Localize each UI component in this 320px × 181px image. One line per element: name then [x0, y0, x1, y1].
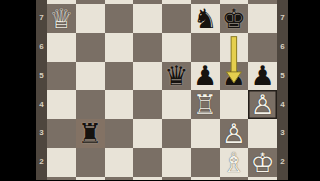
square-f5[interactable]: ♟	[191, 62, 220, 91]
rank-label-5: 5	[36, 72, 47, 80]
piece-black-pawn[interactable]: ♟	[248, 62, 277, 91]
square-h5[interactable]: ♟	[248, 62, 277, 91]
rank-label-3: 3	[36, 129, 47, 137]
square-g1[interactable]	[220, 177, 249, 181]
piece-white-bishop[interactable]: ♗	[220, 148, 249, 177]
square-e2[interactable]	[162, 148, 191, 177]
square-g5[interactable]: ♟	[220, 62, 249, 91]
rank-label-2: 2	[277, 158, 288, 166]
square-d4[interactable]	[133, 90, 162, 119]
rank-label-strip-left: 87654321	[36, 0, 47, 180]
square-h7[interactable]	[248, 4, 277, 33]
square-c3[interactable]	[105, 119, 134, 148]
piece-white-pawn[interactable]: ♙	[220, 119, 249, 148]
square-f3[interactable]	[191, 119, 220, 148]
square-g3[interactable]: ♙	[220, 119, 249, 148]
rank-label-6: 6	[36, 43, 47, 51]
square-g2[interactable]: ♗	[220, 148, 249, 177]
square-d5[interactable]	[133, 62, 162, 91]
piece-black-pawn[interactable]: ♟	[220, 62, 249, 91]
square-c1[interactable]	[105, 177, 134, 181]
square-c2[interactable]	[105, 148, 134, 177]
rank-label-5: 5	[277, 72, 288, 80]
piece-black-king[interactable]: ♚	[220, 4, 249, 33]
piece-white-pawn[interactable]: ♙	[248, 90, 277, 119]
rank-label-7: 7	[36, 14, 47, 22]
square-b5[interactable]	[76, 62, 105, 91]
piece-black-pawn[interactable]: ♟	[191, 62, 220, 91]
square-b3[interactable]: ♜	[76, 119, 105, 148]
square-b2[interactable]	[76, 148, 105, 177]
square-a2[interactable]	[47, 148, 76, 177]
piece-black-queen[interactable]: ♛	[162, 62, 191, 91]
square-e6[interactable]	[162, 33, 191, 62]
square-h6[interactable]	[248, 33, 277, 62]
rank-label-3: 3	[277, 129, 288, 137]
rank-label-2: 2	[36, 158, 47, 166]
square-h4[interactable]: ♙	[248, 90, 277, 119]
square-f7[interactable]: ♞	[191, 4, 220, 33]
rank-label-4: 4	[277, 101, 288, 109]
square-e1[interactable]	[162, 177, 191, 181]
square-b6[interactable]	[76, 33, 105, 62]
square-d3[interactable]	[133, 119, 162, 148]
square-f6[interactable]	[191, 33, 220, 62]
rank-label-6: 6	[277, 43, 288, 51]
square-b4[interactable]	[76, 90, 105, 119]
square-g6[interactable]	[220, 33, 249, 62]
square-g4[interactable]	[220, 90, 249, 119]
piece-black-knight[interactable]: ♞	[191, 4, 220, 33]
square-h2[interactable]: ♔	[248, 148, 277, 177]
square-a7[interactable]: ♕	[47, 4, 76, 33]
piece-white-rook[interactable]: ♖	[191, 90, 220, 119]
square-f4[interactable]: ♖	[191, 90, 220, 119]
piece-white-queen[interactable]: ♕	[47, 4, 76, 33]
rank-label-4: 4	[36, 101, 47, 109]
square-a4[interactable]	[47, 90, 76, 119]
square-e7[interactable]	[162, 4, 191, 33]
square-c6[interactable]	[105, 33, 134, 62]
rank-label-strip-right: 87654321	[277, 0, 288, 180]
square-e5[interactable]: ♛	[162, 62, 191, 91]
square-b7[interactable]	[76, 4, 105, 33]
square-d2[interactable]	[133, 148, 162, 177]
square-h3[interactable]	[248, 119, 277, 148]
square-a3[interactable]	[47, 119, 76, 148]
rank-label-7: 7	[277, 14, 288, 22]
square-f1[interactable]	[191, 177, 220, 181]
square-b1[interactable]	[76, 177, 105, 181]
square-c7[interactable]	[105, 4, 134, 33]
square-a6[interactable]	[47, 33, 76, 62]
square-e3[interactable]	[162, 119, 191, 148]
square-g7[interactable]: ♚	[220, 4, 249, 33]
piece-black-rook[interactable]: ♜	[76, 119, 105, 148]
square-a1[interactable]	[47, 177, 76, 181]
square-d1[interactable]	[133, 177, 162, 181]
square-c5[interactable]	[105, 62, 134, 91]
chess-diagram: 87654321 87654321 ♕♞♚♛♟♟♟♖♙♜♙♗♔	[0, 0, 320, 180]
square-f2[interactable]	[191, 148, 220, 177]
piece-white-king[interactable]: ♔	[248, 148, 277, 177]
square-e4[interactable]	[162, 90, 191, 119]
square-d6[interactable]	[133, 33, 162, 62]
chess-board: ♕♞♚♛♟♟♟♖♙♜♙♗♔	[47, 0, 277, 180]
square-h1[interactable]	[248, 177, 277, 181]
square-a5[interactable]	[47, 62, 76, 91]
square-c4[interactable]	[105, 90, 134, 119]
square-d7[interactable]	[133, 4, 162, 33]
